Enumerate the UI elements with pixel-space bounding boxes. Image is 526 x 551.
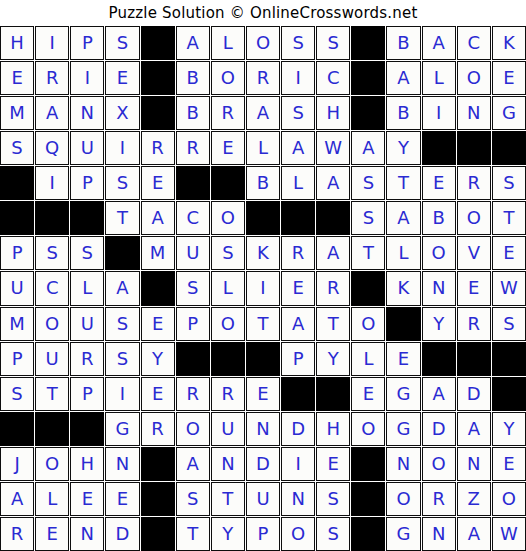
cell-r14c13: R	[422, 482, 456, 516]
cell-r13c13: O	[422, 447, 456, 481]
cell-r8c13: N	[422, 271, 456, 305]
cell-r10c10: Y	[316, 342, 350, 376]
cell-r11c6: R	[176, 377, 210, 411]
cell-r2c9: I	[281, 61, 315, 95]
cell-r8c9: E	[281, 271, 315, 305]
block-cell-r6c3	[70, 201, 104, 235]
cell-r13c6: A	[176, 447, 210, 481]
cell-r9c14: R	[457, 307, 491, 341]
cell-r14c6: S	[176, 482, 210, 516]
cell-r4c12: Y	[386, 131, 420, 165]
cell-r1c7: L	[211, 26, 245, 60]
cell-r4c3: U	[70, 131, 104, 165]
cell-r4c4: I	[105, 131, 139, 165]
cell-r7c6: U	[176, 236, 210, 270]
cell-r14c15: O	[492, 482, 526, 516]
cell-r2c7: O	[211, 61, 245, 95]
block-cell-r3c5	[141, 96, 175, 130]
block-cell-r3c11	[351, 96, 385, 130]
cell-r4c11: A	[351, 131, 385, 165]
block-cell-r9c12	[386, 307, 420, 341]
puzzle-solution-page: Puzzle Solution © OnlineCrosswords.net H…	[0, 0, 526, 551]
cell-r3c2: A	[35, 96, 69, 130]
cell-r15c10: S	[316, 517, 350, 551]
cell-r7c2: S	[35, 236, 69, 270]
cell-r11c13: A	[422, 377, 456, 411]
block-cell-r6c10	[316, 201, 350, 235]
cell-r2c3: I	[70, 61, 104, 95]
cell-r3c14: N	[457, 96, 491, 130]
cell-r12c8: N	[246, 412, 280, 446]
cell-r15c15: W	[492, 517, 526, 551]
block-cell-r11c15	[492, 377, 526, 411]
cell-r10c3: R	[70, 342, 104, 376]
cell-r8c1: U	[0, 271, 34, 305]
cell-r1c13: A	[422, 26, 456, 60]
cell-r12c9: D	[281, 412, 315, 446]
cell-r1c9: S	[281, 26, 315, 60]
cell-r12c13: D	[422, 412, 456, 446]
cell-r6c12: A	[386, 201, 420, 235]
cell-r9c8: T	[246, 307, 280, 341]
cell-r4c10: W	[316, 131, 350, 165]
cell-r12c12: G	[386, 412, 420, 446]
cell-r15c6: T	[176, 517, 210, 551]
cell-r13c7: N	[211, 447, 245, 481]
cell-r4c6: R	[176, 131, 210, 165]
block-cell-r15c11	[351, 517, 385, 551]
cell-r1c1: H	[0, 26, 34, 60]
cell-r11c7: R	[211, 377, 245, 411]
cell-r14c9: N	[281, 482, 315, 516]
cell-r3c12: B	[386, 96, 420, 130]
cell-r13c14: N	[457, 447, 491, 481]
cell-r15c9: O	[281, 517, 315, 551]
cell-r2c4: E	[105, 61, 139, 95]
cell-r15c12: G	[386, 517, 420, 551]
cell-r5c8: B	[246, 166, 280, 200]
cell-r6c15: T	[492, 201, 526, 235]
cell-r13c4: N	[105, 447, 139, 481]
cell-r5c12: T	[386, 166, 420, 200]
cell-r15c3: N	[70, 517, 104, 551]
cell-r10c2: U	[35, 342, 69, 376]
cell-r8c7: L	[211, 271, 245, 305]
cell-r14c3: E	[70, 482, 104, 516]
block-cell-r12c3	[70, 412, 104, 446]
cell-r12c14: A	[457, 412, 491, 446]
cell-r9c10: T	[316, 307, 350, 341]
cell-r15c4: D	[105, 517, 139, 551]
cell-r13c9: I	[281, 447, 315, 481]
cell-r11c8: E	[246, 377, 280, 411]
block-cell-r1c5	[141, 26, 175, 60]
block-cell-r10c14	[457, 342, 491, 376]
cell-r9c6: P	[176, 307, 210, 341]
block-cell-r2c5	[141, 61, 175, 95]
cell-r9c3: U	[70, 307, 104, 341]
cell-r9c13: Y	[422, 307, 456, 341]
cell-r3c6: B	[176, 96, 210, 130]
cell-r8c15: W	[492, 271, 526, 305]
block-cell-r14c11	[351, 482, 385, 516]
cell-r7c3: S	[70, 236, 104, 270]
cell-r15c7: Y	[211, 517, 245, 551]
cell-r14c7: T	[211, 482, 245, 516]
cell-r7c5: M	[141, 236, 175, 270]
cell-r5c9: L	[281, 166, 315, 200]
cell-r8c3: L	[70, 271, 104, 305]
block-cell-r6c9	[281, 201, 315, 235]
cell-r10c12: E	[386, 342, 420, 376]
cell-r11c5: E	[141, 377, 175, 411]
cell-r9c2: O	[35, 307, 69, 341]
cell-r5c10: A	[316, 166, 350, 200]
cell-r12c11: O	[351, 412, 385, 446]
cell-r1c15: K	[492, 26, 526, 60]
crossword-grid: HIPSALOSSBACKERIEBORICALOEMANXBRASHBINGS…	[0, 26, 526, 551]
title-bar: Puzzle Solution © OnlineCrosswords.net	[0, 0, 526, 26]
cell-r10c9: P	[281, 342, 315, 376]
cell-r7c7: S	[211, 236, 245, 270]
block-cell-r8c11	[351, 271, 385, 305]
block-cell-r10c8	[246, 342, 280, 376]
cell-r6c13: B	[422, 201, 456, 235]
cell-r8c6: S	[176, 271, 210, 305]
cell-r6c5: A	[141, 201, 175, 235]
cell-r14c14: Z	[457, 482, 491, 516]
cell-r13c1: J	[0, 447, 34, 481]
cell-r4c2: Q	[35, 131, 69, 165]
cell-r6c11: S	[351, 201, 385, 235]
cell-r2c12: A	[386, 61, 420, 95]
cell-r7c15: E	[492, 236, 526, 270]
cell-r2c14: O	[457, 61, 491, 95]
cell-r6c14: O	[457, 201, 491, 235]
cell-r8c12: K	[386, 271, 420, 305]
cell-r4c8: L	[246, 131, 280, 165]
block-cell-r2c11	[351, 61, 385, 95]
cell-r11c14: D	[457, 377, 491, 411]
cell-r3c13: I	[422, 96, 456, 130]
cell-r7c11: T	[351, 236, 385, 270]
block-cell-r5c6	[176, 166, 210, 200]
cell-r3c1: M	[0, 96, 34, 130]
cell-r14c4: E	[105, 482, 139, 516]
cell-r13c3: H	[70, 447, 104, 481]
cell-r3c15: G	[492, 96, 526, 130]
cell-r3c4: X	[105, 96, 139, 130]
cell-r9c9: A	[281, 307, 315, 341]
cell-r3c10: H	[316, 96, 350, 130]
cell-r1c10: S	[316, 26, 350, 60]
cell-r12c15: Y	[492, 412, 526, 446]
block-cell-r12c2	[35, 412, 69, 446]
cell-r9c4: S	[105, 307, 139, 341]
cell-r13c10: E	[316, 447, 350, 481]
block-cell-r10c6	[176, 342, 210, 376]
block-cell-r5c7	[211, 166, 245, 200]
cell-r7c8: K	[246, 236, 280, 270]
cell-r4c9: A	[281, 131, 315, 165]
cell-r2c2: R	[35, 61, 69, 95]
block-cell-r10c7	[211, 342, 245, 376]
cell-r1c2: I	[35, 26, 69, 60]
cell-r7c13: O	[422, 236, 456, 270]
cell-r8c14: E	[457, 271, 491, 305]
cell-r11c12: G	[386, 377, 420, 411]
cell-r5c15: S	[492, 166, 526, 200]
cell-r9c7: O	[211, 307, 245, 341]
block-cell-r5c1	[0, 166, 34, 200]
cell-r15c1: R	[0, 517, 34, 551]
cell-r12c6: O	[176, 412, 210, 446]
cell-r8c8: I	[246, 271, 280, 305]
block-cell-r11c10	[316, 377, 350, 411]
page-title: Puzzle Solution © OnlineCrosswords.net	[108, 4, 417, 22]
cell-r5c3: P	[70, 166, 104, 200]
cell-r5c13: E	[422, 166, 456, 200]
block-cell-r1c11	[351, 26, 385, 60]
block-cell-r13c11	[351, 447, 385, 481]
cell-r1c4: S	[105, 26, 139, 60]
cell-r2c6: B	[176, 61, 210, 95]
cell-r5c2: I	[35, 166, 69, 200]
cell-r10c11: L	[351, 342, 385, 376]
cell-r7c14: V	[457, 236, 491, 270]
cell-r7c12: L	[386, 236, 420, 270]
cell-r7c9: R	[281, 236, 315, 270]
cell-r12c4: G	[105, 412, 139, 446]
cell-r14c2: L	[35, 482, 69, 516]
cell-r15c2: E	[35, 517, 69, 551]
cell-r2c15: E	[492, 61, 526, 95]
cell-r1c6: A	[176, 26, 210, 60]
cell-r2c8: R	[246, 61, 280, 95]
cell-r8c4: A	[105, 271, 139, 305]
cell-r6c4: T	[105, 201, 139, 235]
cell-r3c3: N	[70, 96, 104, 130]
block-cell-r10c13	[422, 342, 456, 376]
cell-r11c1: S	[0, 377, 34, 411]
cell-r13c12: N	[386, 447, 420, 481]
cell-r4c7: E	[211, 131, 245, 165]
block-cell-r15c5	[141, 517, 175, 551]
cell-r10c4: S	[105, 342, 139, 376]
cell-r1c12: B	[386, 26, 420, 60]
block-cell-r10c15	[492, 342, 526, 376]
cell-r4c5: R	[141, 131, 175, 165]
block-cell-r12c1	[0, 412, 34, 446]
cell-r5c4: S	[105, 166, 139, 200]
cell-r2c1: E	[0, 61, 34, 95]
cell-r3c8: A	[246, 96, 280, 130]
cell-r1c3: P	[70, 26, 104, 60]
cell-r13c15: E	[492, 447, 526, 481]
cell-r6c7: O	[211, 201, 245, 235]
cell-r6c6: C	[176, 201, 210, 235]
cell-r14c8: U	[246, 482, 280, 516]
cell-r7c10: A	[316, 236, 350, 270]
cell-r12c7: U	[211, 412, 245, 446]
block-cell-r8c5	[141, 271, 175, 305]
cell-r11c4: I	[105, 377, 139, 411]
cell-r2c10: C	[316, 61, 350, 95]
cell-r12c10: H	[316, 412, 350, 446]
cell-r5c14: R	[457, 166, 491, 200]
cell-r9c5: E	[141, 307, 175, 341]
cell-r9c15: S	[492, 307, 526, 341]
cell-r7c1: P	[0, 236, 34, 270]
cell-r15c14: A	[457, 517, 491, 551]
cell-r2c13: L	[422, 61, 456, 95]
cell-r15c8: P	[246, 517, 280, 551]
cell-r10c5: Y	[141, 342, 175, 376]
block-cell-r11c9	[281, 377, 315, 411]
cell-r4c1: S	[0, 131, 34, 165]
cell-r10c1: P	[0, 342, 34, 376]
cell-r5c5: E	[141, 166, 175, 200]
block-cell-r4c15	[492, 131, 526, 165]
cell-r12c5: R	[141, 412, 175, 446]
block-cell-r4c13	[422, 131, 456, 165]
block-cell-r13c5	[141, 447, 175, 481]
cell-r13c8: D	[246, 447, 280, 481]
cell-r9c11: O	[351, 307, 385, 341]
block-cell-r6c8	[246, 201, 280, 235]
cell-r1c14: C	[457, 26, 491, 60]
block-cell-r14c5	[141, 482, 175, 516]
block-cell-r4c14	[457, 131, 491, 165]
cell-r14c10: S	[316, 482, 350, 516]
cell-r8c2: C	[35, 271, 69, 305]
cell-r13c2: O	[35, 447, 69, 481]
block-cell-r6c1	[0, 201, 34, 235]
cell-r3c9: S	[281, 96, 315, 130]
cell-r8c10: R	[316, 271, 350, 305]
cell-r11c11: E	[351, 377, 385, 411]
cell-r14c1: A	[0, 482, 34, 516]
cell-r5c11: S	[351, 166, 385, 200]
cell-r14c12: O	[386, 482, 420, 516]
cell-r9c1: M	[0, 307, 34, 341]
cell-r11c3: P	[70, 377, 104, 411]
cell-r15c13: N	[422, 517, 456, 551]
cell-r11c2: T	[35, 377, 69, 411]
block-cell-r6c2	[35, 201, 69, 235]
cell-r1c8: O	[246, 26, 280, 60]
cell-r3c7: R	[211, 96, 245, 130]
block-cell-r7c4	[105, 236, 139, 270]
